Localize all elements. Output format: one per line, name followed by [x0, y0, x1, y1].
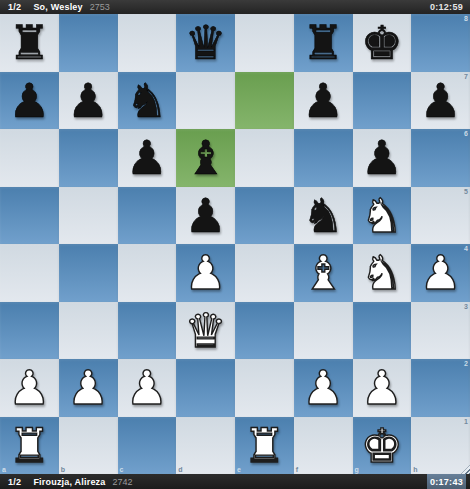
rank-label-5: 5	[464, 188, 468, 195]
square-b3[interactable]	[59, 302, 118, 360]
bottom-player-clock: 0:17:43	[427, 474, 466, 489]
square-a7[interactable]: ♟	[0, 72, 59, 130]
chess-app-window: 1/2 So, Wesley 2753 0:12:59 ♜♛♜♚8♟♟♞♟♟7♟…	[0, 0, 470, 489]
white-knight-g5[interactable]: ♞	[361, 192, 403, 239]
top-player-clock: 0:12:59	[427, 0, 466, 14]
top-player-rating: 2753	[90, 2, 110, 12]
square-d3[interactable]: ♛	[176, 302, 235, 360]
square-b1[interactable]: b	[59, 417, 118, 475]
square-h5[interactable]: 5	[411, 187, 470, 245]
black-pawn-h7[interactable]: ♟	[420, 77, 462, 124]
black-pawn-c6[interactable]: ♟	[126, 134, 168, 181]
bottom-player-name: Firouzja, Alireza	[33, 477, 105, 487]
top-player-score: 1/2	[8, 2, 21, 12]
square-e7[interactable]	[235, 72, 294, 130]
square-a6[interactable]	[0, 129, 59, 187]
top-player-bar: 1/2 So, Wesley 2753 0:12:59	[0, 0, 470, 14]
square-h2[interactable]: 2	[411, 359, 470, 417]
square-b6[interactable]	[59, 129, 118, 187]
file-label-c: c	[120, 466, 124, 473]
file-label-f: f	[296, 466, 298, 473]
square-c7[interactable]: ♞	[118, 72, 177, 130]
square-e6[interactable]	[235, 129, 294, 187]
white-bishop-f4[interactable]: ♝	[302, 249, 344, 296]
square-a4[interactable]	[0, 244, 59, 302]
square-d4[interactable]: ♟	[176, 244, 235, 302]
white-rook-e1[interactable]: ♜	[243, 422, 285, 469]
square-d5[interactable]: ♟	[176, 187, 235, 245]
square-g8[interactable]: ♚	[353, 14, 412, 72]
square-g3[interactable]	[353, 302, 412, 360]
square-a8[interactable]: ♜	[0, 14, 59, 72]
top-player-name: So, Wesley	[33, 2, 82, 12]
square-e4[interactable]	[235, 244, 294, 302]
square-f7[interactable]: ♟	[294, 72, 353, 130]
square-e1[interactable]: ♜e	[235, 417, 294, 475]
square-c4[interactable]	[118, 244, 177, 302]
black-queen-d8[interactable]: ♛	[185, 19, 227, 66]
square-f2[interactable]: ♟	[294, 359, 353, 417]
square-g6[interactable]: ♟	[353, 129, 412, 187]
square-f6[interactable]	[294, 129, 353, 187]
square-g7[interactable]	[353, 72, 412, 130]
square-a2[interactable]: ♟	[0, 359, 59, 417]
black-rook-f8[interactable]: ♜	[302, 19, 344, 66]
square-c8[interactable]	[118, 14, 177, 72]
square-h8[interactable]: 8	[411, 14, 470, 72]
white-pawn-f2[interactable]: ♟	[302, 364, 344, 411]
square-a3[interactable]	[0, 302, 59, 360]
black-pawn-d5[interactable]: ♟	[185, 192, 227, 239]
black-knight-c7[interactable]: ♞	[126, 77, 168, 124]
chess-board[interactable]: ♜♛♜♚8♟♟♞♟♟7♟♝♟6♟♞♞5♟♝♞♟4♛3♟♟♟♟♟2♜abcd♜ef…	[0, 14, 470, 474]
square-d1[interactable]: d	[176, 417, 235, 475]
black-rook-a8[interactable]: ♜	[8, 19, 50, 66]
bottom-player-bar: 1/2 Firouzja, Alireza 2742 0:17:43	[0, 474, 470, 489]
square-h6[interactable]: 6	[411, 129, 470, 187]
rank-label-4: 4	[464, 245, 468, 252]
square-f3[interactable]	[294, 302, 353, 360]
file-label-h: h	[413, 466, 417, 473]
black-pawn-a7[interactable]: ♟	[8, 77, 50, 124]
black-pawn-b7[interactable]: ♟	[67, 77, 109, 124]
rank-label-6: 6	[464, 130, 468, 137]
square-f1[interactable]: f	[294, 417, 353, 475]
square-g1[interactable]: ♚g	[353, 417, 412, 475]
black-pawn-f7[interactable]: ♟	[302, 77, 344, 124]
square-f5[interactable]: ♞	[294, 187, 353, 245]
rank-label-8: 8	[464, 15, 468, 22]
white-pawn-c2[interactable]: ♟	[126, 364, 168, 411]
bottom-player-score: 1/2	[8, 477, 21, 487]
square-f4[interactable]: ♝	[294, 244, 353, 302]
file-label-a: a	[2, 466, 6, 473]
square-h7[interactable]: ♟7	[411, 72, 470, 130]
square-e5[interactable]	[235, 187, 294, 245]
square-d7[interactable]	[176, 72, 235, 130]
square-e8[interactable]	[235, 14, 294, 72]
black-knight-f5[interactable]: ♞	[302, 192, 344, 239]
black-bishop-d6[interactable]: ♝	[185, 134, 227, 181]
square-e3[interactable]	[235, 302, 294, 360]
square-a5[interactable]	[0, 187, 59, 245]
file-label-b: b	[61, 466, 65, 473]
square-b8[interactable]	[59, 14, 118, 72]
rank-label-7: 7	[464, 73, 468, 80]
square-c6[interactable]: ♟	[118, 129, 177, 187]
square-c2[interactable]: ♟	[118, 359, 177, 417]
rank-label-1: 1	[464, 418, 468, 425]
square-a1[interactable]: ♜a	[0, 417, 59, 475]
square-b4[interactable]	[59, 244, 118, 302]
square-h3[interactable]: 3	[411, 302, 470, 360]
square-c5[interactable]	[118, 187, 177, 245]
square-f8[interactable]: ♜	[294, 14, 353, 72]
square-d8[interactable]: ♛	[176, 14, 235, 72]
square-d2[interactable]	[176, 359, 235, 417]
rank-label-2: 2	[464, 360, 468, 367]
square-g5[interactable]: ♞	[353, 187, 412, 245]
bottom-player-rating: 2742	[113, 477, 133, 487]
white-knight-g4[interactable]: ♞	[361, 249, 403, 296]
white-rook-a1[interactable]: ♜	[8, 422, 50, 469]
white-pawn-a2[interactable]: ♟	[8, 364, 50, 411]
square-d6[interactable]: ♝	[176, 129, 235, 187]
square-g2[interactable]: ♟	[353, 359, 412, 417]
square-b7[interactable]: ♟	[59, 72, 118, 130]
square-b5[interactable]	[59, 187, 118, 245]
white-pawn-d4[interactable]: ♟	[185, 249, 227, 296]
white-queen-d3[interactable]: ♛	[185, 307, 227, 354]
square-c1[interactable]: c	[118, 417, 177, 475]
square-e2[interactable]	[235, 359, 294, 417]
square-h1[interactable]: h1	[411, 417, 470, 475]
square-c3[interactable]	[118, 302, 177, 360]
white-king-g1[interactable]: ♚	[361, 422, 403, 469]
square-b2[interactable]: ♟	[59, 359, 118, 417]
square-g4[interactable]: ♞	[353, 244, 412, 302]
black-pawn-g6[interactable]: ♟	[361, 134, 403, 181]
white-pawn-b2[interactable]: ♟	[67, 364, 109, 411]
file-label-e: e	[237, 466, 241, 473]
rank-label-3: 3	[464, 303, 468, 310]
file-label-d: d	[178, 466, 182, 473]
file-label-g: g	[355, 466, 359, 473]
white-pawn-h4[interactable]: ♟	[420, 249, 462, 296]
black-king-g8[interactable]: ♚	[361, 19, 403, 66]
white-pawn-g2[interactable]: ♟	[361, 364, 403, 411]
square-h4[interactable]: ♟4	[411, 244, 470, 302]
